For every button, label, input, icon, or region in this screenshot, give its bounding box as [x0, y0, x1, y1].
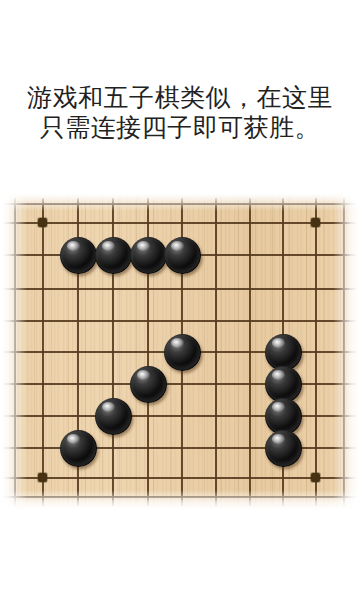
black-stone — [95, 398, 132, 435]
game-board[interactable] — [0, 193, 360, 511]
instructions-text: 游戏和五子棋类似，在这里 只需连接四子即可获胜。 — [0, 82, 360, 142]
black-stone — [164, 237, 201, 274]
instructions-line-1: 游戏和五子棋类似，在这里 — [0, 82, 360, 112]
black-stone — [130, 366, 167, 403]
stones-layer — [0, 193, 360, 511]
black-stone — [60, 237, 97, 274]
black-stone — [95, 237, 132, 274]
black-stone — [265, 430, 302, 467]
black-stone — [60, 430, 97, 467]
tutorial-screen: 游戏和五子棋类似，在这里 只需连接四子即可获胜。 — [0, 0, 360, 600]
instructions-line-2: 只需连接四子即可获胜。 — [0, 112, 360, 142]
black-stone — [164, 334, 201, 371]
black-stone — [130, 237, 167, 274]
